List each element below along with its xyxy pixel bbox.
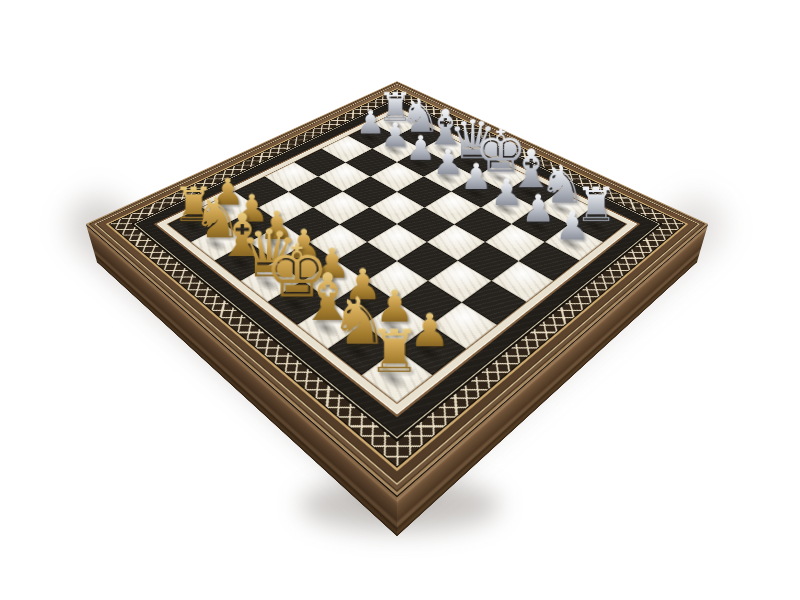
piece-silver-pawn-g7[interactable]: ♟	[521, 190, 555, 228]
chess-set-photo: ♜♞♝♛♚♝♞♜♟♟♟♟♟♟♟♟♟♟♟♟♟♟♟♟♜♞♝♛♚♝♞♜	[0, 0, 800, 600]
chess-board: ♜♞♝♛♚♝♞♜♟♟♟♟♟♟♟♟♟♟♟♟♟♟♟♟♜♞♝♛♚♝♞♜	[86, 81, 708, 495]
piece-silver-pawn-h7[interactable]: ♟	[554, 206, 589, 245]
piece-gold-rook-h1[interactable]: ♜	[368, 322, 421, 381]
